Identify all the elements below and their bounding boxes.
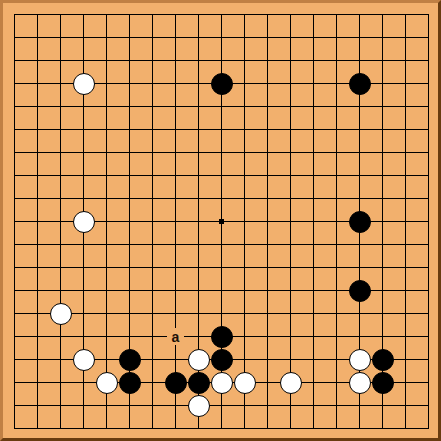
- go-board: a: [0, 0, 441, 441]
- black-stone: [349, 211, 371, 233]
- white-stone: [188, 395, 210, 417]
- star-point: [219, 219, 224, 224]
- black-stone: [211, 349, 233, 371]
- black-stone: [349, 280, 371, 302]
- black-stone: [349, 73, 371, 95]
- white-stone: [349, 372, 371, 394]
- white-stone: [211, 372, 233, 394]
- black-stone: [165, 372, 187, 394]
- black-stone: [372, 372, 394, 394]
- point-label-a: a: [167, 328, 184, 345]
- black-stone: [211, 326, 233, 348]
- white-stone: [234, 372, 256, 394]
- black-stone: [372, 349, 394, 371]
- white-stone: [73, 349, 95, 371]
- white-stone: [73, 211, 95, 233]
- white-stone: [73, 73, 95, 95]
- white-stone: [280, 372, 302, 394]
- white-stone: [50, 303, 72, 325]
- black-stone: [211, 73, 233, 95]
- black-stone: [119, 349, 141, 371]
- white-stone: [349, 349, 371, 371]
- black-stone: [119, 372, 141, 394]
- black-stone: [188, 372, 210, 394]
- white-stone: [188, 349, 210, 371]
- board-grid: a: [3, 3, 440, 440]
- white-stone: [96, 372, 118, 394]
